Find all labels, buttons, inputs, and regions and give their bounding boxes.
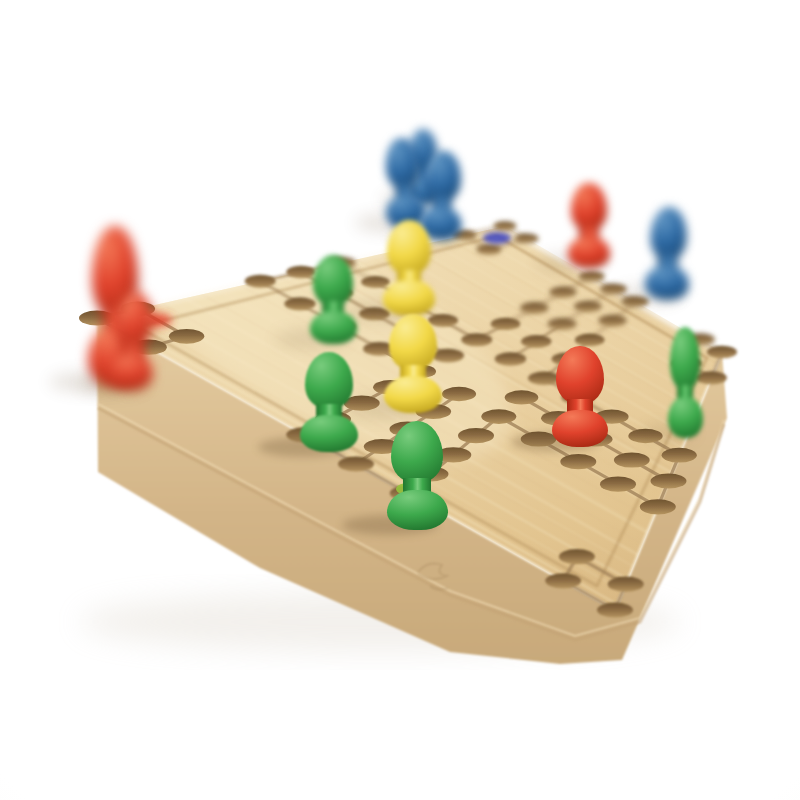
peg-hole [575, 334, 605, 347]
peg-hole [494, 221, 517, 231]
peg-head [424, 150, 462, 202]
peg-yellow-1[interactable] [383, 220, 435, 316]
peg-hole [597, 602, 633, 617]
peg-head [556, 346, 603, 404]
peg-hole [520, 302, 548, 314]
peg-red-4[interactable] [108, 291, 159, 392]
peg-hole [574, 301, 602, 313]
peg-red-2[interactable] [552, 346, 608, 447]
peg-base [310, 311, 357, 344]
peg-head [313, 255, 352, 306]
peg-hole [245, 275, 276, 288]
peg-head [114, 291, 155, 349]
peg-hole [662, 448, 697, 463]
peg-head [387, 220, 431, 275]
peg-hole [640, 499, 676, 514]
peg-hole [614, 453, 650, 468]
peg-hole [521, 335, 551, 348]
peg-hole [545, 573, 581, 588]
peg-hole [461, 333, 492, 346]
peg-head [389, 314, 438, 370]
peg-yellow-2[interactable] [384, 314, 442, 413]
peg-green-2[interactable] [300, 352, 358, 452]
peg-hole [458, 428, 494, 443]
ludo-board-photo [0, 0, 800, 800]
peg-base [300, 415, 358, 452]
peg-hole [600, 477, 636, 492]
peg-base [108, 352, 154, 391]
peg-hole [495, 352, 527, 365]
peg-hole [505, 390, 539, 404]
peg-hole [579, 271, 605, 282]
peg-hole [169, 329, 204, 344]
peg-hole [608, 577, 644, 592]
peg-base [387, 490, 448, 530]
peg-hole [442, 387, 476, 401]
peg-base [644, 265, 689, 301]
peg-green-4[interactable] [668, 327, 703, 438]
peg-hole [559, 549, 595, 564]
peg-hole [481, 409, 516, 424]
peg-hole [598, 315, 626, 327]
peg-head [384, 137, 421, 191]
peg-head [649, 206, 688, 260]
peg-hole [651, 473, 687, 488]
peg-head [391, 421, 442, 483]
start-dot-blue [483, 232, 511, 244]
peg-base [383, 280, 435, 316]
peg-hole [548, 318, 577, 330]
peg-head [571, 183, 606, 231]
peg-green-3[interactable] [387, 421, 448, 530]
peg-hole [707, 346, 737, 359]
peg-hole [476, 244, 501, 255]
peg-base [384, 376, 442, 413]
peg-base [552, 410, 608, 447]
peg-blue-4[interactable] [644, 206, 691, 300]
peg-hole [549, 287, 576, 298]
peg-head [305, 352, 354, 409]
peg-head [670, 327, 699, 390]
peg-base [568, 237, 610, 268]
peg-hole [491, 318, 521, 330]
peg-hole [515, 234, 539, 244]
peg-hole [560, 454, 596, 469]
peg-base [668, 397, 703, 438]
peg-red-1[interactable] [568, 183, 610, 268]
peg-green-1[interactable] [310, 255, 357, 344]
peg-hole [338, 456, 374, 471]
